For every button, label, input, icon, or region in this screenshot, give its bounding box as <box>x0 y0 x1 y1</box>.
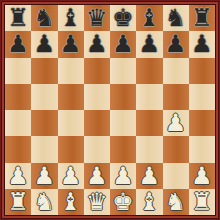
square-d8[interactable]: ♛ <box>84 5 110 31</box>
piece-white-knight[interactable]: ♞ <box>34 189 56 215</box>
square-d2[interactable]: ♟ <box>84 163 110 189</box>
square-f4[interactable] <box>136 110 162 136</box>
square-g6[interactable] <box>163 58 189 84</box>
piece-white-knight[interactable]: ♞ <box>165 189 187 215</box>
square-h3[interactable] <box>189 136 215 162</box>
piece-black-pawn[interactable]: ♟ <box>34 31 56 57</box>
piece-white-pawn[interactable]: ♟ <box>7 163 29 189</box>
piece-white-pawn[interactable]: ♟ <box>112 163 134 189</box>
square-d3[interactable] <box>84 136 110 162</box>
square-b8[interactable]: ♞ <box>31 5 57 31</box>
piece-black-queen[interactable]: ♛ <box>86 5 108 31</box>
square-h8[interactable]: ♜ <box>189 5 215 31</box>
square-g1[interactable]: ♞ <box>163 189 189 215</box>
square-d5[interactable] <box>84 84 110 110</box>
square-f6[interactable] <box>136 58 162 84</box>
piece-black-rook[interactable]: ♜ <box>7 5 29 31</box>
square-b6[interactable] <box>31 58 57 84</box>
square-f7[interactable]: ♟ <box>136 31 162 57</box>
piece-black-rook[interactable]: ♜ <box>191 5 213 31</box>
square-b1[interactable]: ♞ <box>31 189 57 215</box>
piece-black-bishop[interactable]: ♝ <box>60 5 82 31</box>
square-e2[interactable]: ♟ <box>110 163 136 189</box>
square-e5[interactable] <box>110 84 136 110</box>
square-c5[interactable] <box>58 84 84 110</box>
square-d4[interactable] <box>84 110 110 136</box>
square-g8[interactable]: ♞ <box>163 5 189 31</box>
piece-black-pawn[interactable]: ♟ <box>86 31 108 57</box>
square-f1[interactable]: ♝ <box>136 189 162 215</box>
piece-black-pawn[interactable]: ♟ <box>191 31 213 57</box>
piece-white-king[interactable]: ♚ <box>112 189 134 215</box>
piece-black-pawn[interactable]: ♟ <box>7 31 29 57</box>
square-c4[interactable] <box>58 110 84 136</box>
square-b5[interactable] <box>31 84 57 110</box>
square-h2[interactable]: ♟ <box>189 163 215 189</box>
square-b4[interactable] <box>31 110 57 136</box>
square-a4[interactable] <box>5 110 31 136</box>
piece-black-pawn[interactable]: ♟ <box>112 31 134 57</box>
piece-black-pawn[interactable]: ♟ <box>165 31 187 57</box>
square-d1[interactable]: ♛ <box>84 189 110 215</box>
piece-black-pawn[interactable]: ♟ <box>60 31 82 57</box>
piece-black-bishop[interactable]: ♝ <box>139 5 161 31</box>
square-b2[interactable]: ♟ <box>31 163 57 189</box>
piece-black-knight[interactable]: ♞ <box>165 5 187 31</box>
square-h4[interactable] <box>189 110 215 136</box>
square-f5[interactable] <box>136 84 162 110</box>
square-c1[interactable]: ♝ <box>58 189 84 215</box>
piece-white-rook[interactable]: ♜ <box>191 189 213 215</box>
square-h6[interactable] <box>189 58 215 84</box>
square-f8[interactable]: ♝ <box>136 5 162 31</box>
square-c3[interactable] <box>58 136 84 162</box>
square-c6[interactable] <box>58 58 84 84</box>
square-g7[interactable]: ♟ <box>163 31 189 57</box>
piece-white-pawn[interactable]: ♟ <box>34 163 56 189</box>
piece-black-king[interactable]: ♚ <box>112 5 134 31</box>
square-f3[interactable] <box>136 136 162 162</box>
square-h1[interactable]: ♜ <box>189 189 215 215</box>
square-a5[interactable] <box>5 84 31 110</box>
piece-black-knight[interactable]: ♞ <box>34 5 56 31</box>
square-c2[interactable]: ♟ <box>58 163 84 189</box>
square-g2[interactable] <box>163 163 189 189</box>
square-g5[interactable] <box>163 84 189 110</box>
piece-white-rook[interactable]: ♜ <box>7 189 29 215</box>
square-c8[interactable]: ♝ <box>58 5 84 31</box>
square-a6[interactable] <box>5 58 31 84</box>
square-e6[interactable] <box>110 58 136 84</box>
piece-black-pawn[interactable]: ♟ <box>139 31 161 57</box>
square-e1[interactable]: ♚ <box>110 189 136 215</box>
square-e3[interactable] <box>110 136 136 162</box>
piece-white-bishop[interactable]: ♝ <box>60 189 82 215</box>
square-f2[interactable]: ♟ <box>136 163 162 189</box>
square-e4[interactable] <box>110 110 136 136</box>
square-a8[interactable]: ♜ <box>5 5 31 31</box>
square-d6[interactable] <box>84 58 110 84</box>
square-e8[interactable]: ♚ <box>110 5 136 31</box>
piece-white-bishop[interactable]: ♝ <box>139 189 161 215</box>
piece-white-pawn[interactable]: ♟ <box>86 163 108 189</box>
square-h5[interactable] <box>189 84 215 110</box>
piece-white-pawn[interactable]: ♟ <box>191 163 213 189</box>
piece-white-queen[interactable]: ♛ <box>86 189 108 215</box>
square-a7[interactable]: ♟ <box>5 31 31 57</box>
square-a1[interactable]: ♜ <box>5 189 31 215</box>
chess-board: ♜♞♝♛♚♝♞♜♟♟♟♟♟♟♟♟♟♟♟♟♟♟♟♟♜♞♝♛♚♝♞♜ <box>5 5 215 215</box>
square-e7[interactable]: ♟ <box>110 31 136 57</box>
square-g4[interactable]: ♟ <box>163 110 189 136</box>
board-frame: ♜♞♝♛♚♝♞♜♟♟♟♟♟♟♟♟♟♟♟♟♟♟♟♟♜♞♝♛♚♝♞♜ <box>0 0 220 220</box>
piece-white-pawn[interactable]: ♟ <box>165 110 187 136</box>
square-b7[interactable]: ♟ <box>31 31 57 57</box>
square-c7[interactable]: ♟ <box>58 31 84 57</box>
square-b3[interactable] <box>31 136 57 162</box>
piece-white-pawn[interactable]: ♟ <box>139 163 161 189</box>
square-a3[interactable] <box>5 136 31 162</box>
square-d7[interactable]: ♟ <box>84 31 110 57</box>
square-h7[interactable]: ♟ <box>189 31 215 57</box>
square-g3[interactable] <box>163 136 189 162</box>
piece-white-pawn[interactable]: ♟ <box>60 163 82 189</box>
square-a2[interactable]: ♟ <box>5 163 31 189</box>
